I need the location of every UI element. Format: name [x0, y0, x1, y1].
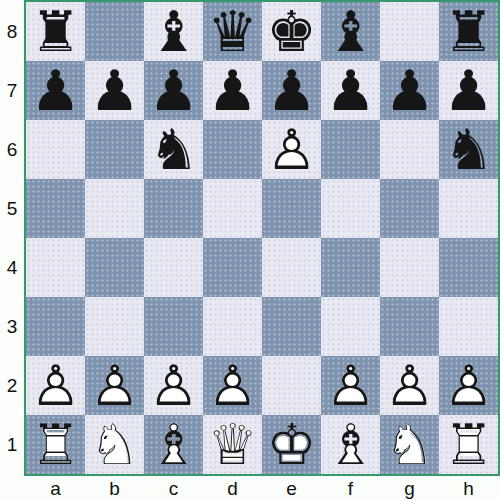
pawn-outline-icon: ♙	[262, 120, 321, 179]
square-g5[interactable]	[380, 179, 439, 238]
square-a7[interactable]: ♟	[26, 61, 85, 120]
square-b5[interactable]	[85, 179, 144, 238]
square-e2[interactable]	[262, 356, 321, 415]
rank-label-2: 2	[0, 356, 24, 415]
square-b3[interactable]	[85, 297, 144, 356]
file-label-a: a	[26, 476, 85, 500]
rook-outline-icon: ♖	[26, 415, 85, 474]
pawn-icon: ♟	[380, 61, 439, 120]
bishop-icon: ♝	[321, 2, 380, 61]
square-e3[interactable]	[262, 297, 321, 356]
square-f6[interactable]	[321, 120, 380, 179]
bishop-outline-icon: ♗	[144, 415, 203, 474]
pawn-icon: ♟	[262, 61, 321, 120]
piece-black-pawn[interactable]: ♟	[85, 61, 144, 120]
square-c6[interactable]: ♞	[144, 120, 203, 179]
pawn-outline-icon: ♙	[203, 356, 262, 415]
king-icon: ♚	[262, 2, 321, 61]
pawn-outline-icon: ♙	[144, 356, 203, 415]
pawn-outline-icon: ♙	[380, 356, 439, 415]
piece-black-rook[interactable]: ♜	[26, 2, 85, 61]
square-f5[interactable]	[321, 179, 380, 238]
file-label-h: h	[439, 476, 498, 500]
rook-outline-icon: ♖	[439, 415, 498, 474]
piece-black-pawn[interactable]: ♟	[321, 61, 380, 120]
square-a5[interactable]	[26, 179, 85, 238]
knight-outline-icon: ♘	[85, 415, 144, 474]
queen-outline-icon: ♕	[203, 415, 262, 474]
bishop-icon: ♝	[144, 2, 203, 61]
square-e5[interactable]	[262, 179, 321, 238]
square-b6[interactable]	[85, 120, 144, 179]
square-c5[interactable]	[144, 179, 203, 238]
rank-label-6: 6	[0, 120, 24, 179]
pawn-outline-icon: ♙	[26, 356, 85, 415]
piece-white-pawn[interactable]: ♟♙	[262, 120, 321, 179]
piece-black-knight[interactable]: ♞	[439, 120, 498, 179]
square-d2[interactable]: ♟♙	[203, 356, 262, 415]
square-b4[interactable]	[85, 238, 144, 297]
piece-white-queen[interactable]: ♛♕	[203, 415, 262, 474]
square-a6[interactable]	[26, 120, 85, 179]
rank-label-7: 7	[0, 61, 24, 120]
square-g7[interactable]: ♟	[380, 61, 439, 120]
square-a4[interactable]	[26, 238, 85, 297]
piece-white-pawn[interactable]: ♟♙	[144, 356, 203, 415]
file-label-g: g	[380, 476, 439, 500]
square-g1[interactable]: ♞♘	[380, 415, 439, 474]
piece-white-bishop[interactable]: ♝♗	[321, 415, 380, 474]
rook-icon: ♜	[26, 2, 85, 61]
file-labels: abcdefgh	[26, 476, 498, 500]
file-label-b: b	[85, 476, 144, 500]
square-h6[interactable]: ♞	[439, 120, 498, 179]
square-d5[interactable]	[203, 179, 262, 238]
pawn-icon: ♟	[144, 61, 203, 120]
bishop-outline-icon: ♗	[321, 415, 380, 474]
piece-black-pawn[interactable]: ♟	[203, 61, 262, 120]
piece-black-pawn[interactable]: ♟	[144, 61, 203, 120]
piece-white-pawn[interactable]: ♟♙	[321, 356, 380, 415]
square-h4[interactable]	[439, 238, 498, 297]
square-d3[interactable]	[203, 297, 262, 356]
file-label-c: c	[144, 476, 203, 500]
pawn-icon: ♟	[26, 61, 85, 120]
square-f8[interactable]: ♝	[321, 2, 380, 61]
square-b2[interactable]: ♟♙	[85, 356, 144, 415]
pawn-outline-icon: ♙	[439, 356, 498, 415]
square-f3[interactable]	[321, 297, 380, 356]
piece-white-pawn[interactable]: ♟♙	[203, 356, 262, 415]
knight-icon: ♞	[144, 120, 203, 179]
square-e7[interactable]: ♟	[262, 61, 321, 120]
piece-white-rook[interactable]: ♜♖	[26, 415, 85, 474]
pawn-icon: ♟	[321, 61, 380, 120]
rank-label-1: 1	[0, 415, 24, 474]
piece-black-rook[interactable]: ♜	[439, 2, 498, 61]
square-f7[interactable]: ♟	[321, 61, 380, 120]
square-b8[interactable]	[85, 2, 144, 61]
square-h7[interactable]: ♟	[439, 61, 498, 120]
square-c7[interactable]: ♟	[144, 61, 203, 120]
square-d7[interactable]: ♟	[203, 61, 262, 120]
rank-labels: 87654321	[0, 2, 24, 474]
square-f4[interactable]	[321, 238, 380, 297]
square-c1[interactable]: ♝♗	[144, 415, 203, 474]
square-b1[interactable]: ♞♘	[85, 415, 144, 474]
square-b7[interactable]: ♟	[85, 61, 144, 120]
square-h5[interactable]	[439, 179, 498, 238]
piece-white-pawn[interactable]: ♟♙	[439, 356, 498, 415]
piece-white-rook[interactable]: ♜♖	[439, 415, 498, 474]
rook-icon: ♜	[439, 2, 498, 61]
square-g6[interactable]	[380, 120, 439, 179]
square-c8[interactable]: ♝	[144, 2, 203, 61]
square-d1[interactable]: ♛♕	[203, 415, 262, 474]
chess-board: ♜♝♛♚♝♜♟♟♟♟♟♟♟♟♞♟♙♞♟♙♟♙♟♙♟♙♟♙♟♙♟♙♜♖♞♘♝♗♛♕…	[26, 2, 498, 474]
pawn-outline-icon: ♙	[85, 356, 144, 415]
piece-white-bishop[interactable]: ♝♗	[144, 415, 203, 474]
piece-black-pawn[interactable]: ♟	[439, 61, 498, 120]
square-h2[interactable]: ♟♙	[439, 356, 498, 415]
square-e1[interactable]: ♚♔	[262, 415, 321, 474]
square-f1[interactable]: ♝♗	[321, 415, 380, 474]
rank-label-3: 3	[0, 297, 24, 356]
piece-white-knight[interactable]: ♞♘	[380, 415, 439, 474]
piece-white-pawn[interactable]: ♟♙	[26, 356, 85, 415]
square-c2[interactable]: ♟♙	[144, 356, 203, 415]
piece-white-king[interactable]: ♚♔	[262, 415, 321, 474]
square-e6[interactable]: ♟♙	[262, 120, 321, 179]
file-label-f: f	[321, 476, 380, 500]
square-a1[interactable]: ♜♖	[26, 415, 85, 474]
queen-icon: ♛	[203, 2, 262, 61]
knight-icon: ♞	[439, 120, 498, 179]
piece-white-pawn[interactable]: ♟♙	[85, 356, 144, 415]
square-h8[interactable]: ♜	[439, 2, 498, 61]
square-e4[interactable]	[262, 238, 321, 297]
square-f2[interactable]: ♟♙	[321, 356, 380, 415]
square-e8[interactable]: ♚	[262, 2, 321, 61]
piece-black-bishop[interactable]: ♝	[321, 2, 380, 61]
rank-label-4: 4	[0, 238, 24, 297]
square-g3[interactable]	[380, 297, 439, 356]
piece-white-pawn[interactable]: ♟♙	[380, 356, 439, 415]
square-g2[interactable]: ♟♙	[380, 356, 439, 415]
rank-label-8: 8	[0, 2, 24, 61]
piece-white-knight[interactable]: ♞♘	[85, 415, 144, 474]
pawn-outline-icon: ♙	[321, 356, 380, 415]
square-d6[interactable]	[203, 120, 262, 179]
piece-black-queen[interactable]: ♛	[203, 2, 262, 61]
square-h3[interactable]	[439, 297, 498, 356]
pawn-icon: ♟	[203, 61, 262, 120]
piece-black-pawn[interactable]: ♟	[262, 61, 321, 120]
square-g4[interactable]	[380, 238, 439, 297]
square-d8[interactable]: ♛	[203, 2, 262, 61]
square-c3[interactable]	[144, 297, 203, 356]
pawn-icon: ♟	[85, 61, 144, 120]
square-g8[interactable]	[380, 2, 439, 61]
file-label-e: e	[262, 476, 321, 500]
square-a3[interactable]	[26, 297, 85, 356]
piece-black-bishop[interactable]: ♝	[144, 2, 203, 61]
knight-outline-icon: ♘	[380, 415, 439, 474]
pawn-icon: ♟	[439, 61, 498, 120]
piece-black-knight[interactable]: ♞	[144, 120, 203, 179]
piece-black-king[interactable]: ♚	[262, 2, 321, 61]
piece-black-pawn[interactable]: ♟	[26, 61, 85, 120]
square-a8[interactable]: ♜	[26, 2, 85, 61]
file-label-d: d	[203, 476, 262, 500]
rank-label-5: 5	[0, 179, 24, 238]
chess-board-page: 87654321 ♜♝♛♚♝♜♟♟♟♟♟♟♟♟♞♟♙♞♟♙♟♙♟♙♟♙♟♙♟♙♟…	[0, 0, 500, 500]
square-c4[interactable]	[144, 238, 203, 297]
piece-black-pawn[interactable]: ♟	[380, 61, 439, 120]
square-a2[interactable]: ♟♙	[26, 356, 85, 415]
board-frame: ♜♝♛♚♝♜♟♟♟♟♟♟♟♟♞♟♙♞♟♙♟♙♟♙♟♙♟♙♟♙♟♙♜♖♞♘♝♗♛♕…	[24, 0, 500, 476]
square-h1[interactable]: ♜♖	[439, 415, 498, 474]
king-outline-icon: ♔	[262, 415, 321, 474]
square-d4[interactable]	[203, 238, 262, 297]
